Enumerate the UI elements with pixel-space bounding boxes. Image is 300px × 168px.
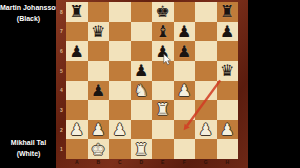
piece-white-pawn-g2: ♟ xyxy=(199,120,213,139)
square-d4[interactable]: ♞ xyxy=(131,81,153,101)
file-label-g: G xyxy=(195,158,217,166)
square-b7[interactable]: ♛ xyxy=(88,22,110,42)
square-a6[interactable]: ♟ xyxy=(66,41,88,61)
piece-black-pawn-b4: ♟ xyxy=(91,81,105,100)
square-g8[interactable] xyxy=(195,2,217,22)
file-label-f: F xyxy=(174,158,196,166)
square-b4[interactable]: ♟ xyxy=(88,81,110,101)
square-f2[interactable] xyxy=(174,120,196,140)
rank-label-1: 1 xyxy=(57,139,66,159)
piece-black-bishop-e7: ♝ xyxy=(156,22,170,41)
square-c4[interactable] xyxy=(109,81,131,101)
piece-black-pawn-e6: ♟ xyxy=(156,42,170,61)
square-h7[interactable]: ♟ xyxy=(217,22,239,42)
piece-white-pawn-a2: ♟ xyxy=(70,120,84,139)
chess-board: ♜♚♜♛♝♟♟♟♟♟♟♛♟♞♟♜♟♟♟♟♟♚♜ xyxy=(66,2,238,159)
square-a4[interactable] xyxy=(66,81,88,101)
square-h8[interactable]: ♜ xyxy=(217,2,239,22)
square-a7[interactable] xyxy=(66,22,88,42)
piece-black-queen-b7: ♛ xyxy=(91,22,105,41)
piece-black-pawn-h7: ♟ xyxy=(220,22,234,41)
white-player-label: Mikhail Tal (White) xyxy=(0,137,57,159)
square-f4[interactable]: ♟ xyxy=(174,81,196,101)
square-d6[interactable] xyxy=(131,41,153,61)
square-h4[interactable] xyxy=(217,81,239,101)
square-c5[interactable] xyxy=(109,61,131,81)
square-f8[interactable] xyxy=(174,2,196,22)
square-g3[interactable] xyxy=(195,100,217,120)
square-g5[interactable] xyxy=(195,61,217,81)
piece-black-pawn-d5: ♟ xyxy=(134,61,148,80)
file-label-e: E xyxy=(152,158,174,166)
piece-white-pawn-b2: ♟ xyxy=(91,120,105,139)
file-label-c: C xyxy=(109,158,131,166)
rank-label-6: 6 xyxy=(57,41,66,61)
square-g1[interactable] xyxy=(195,139,217,159)
square-e2[interactable] xyxy=(152,120,174,140)
board-frame: 87654321 ♜♚♜♛♝♟♟♟♟♟♟♛♟♞♟♜♟♟♟♟♟♚♜ ABCDEFG… xyxy=(56,0,248,168)
square-h5[interactable]: ♛ xyxy=(217,61,239,81)
piece-white-knight-d4: ♞ xyxy=(134,81,148,100)
square-h2[interactable]: ♟ xyxy=(217,120,239,140)
square-a2[interactable]: ♟ xyxy=(66,120,88,140)
square-f1[interactable] xyxy=(174,139,196,159)
square-b3[interactable] xyxy=(88,100,110,120)
piece-white-pawn-h2: ♟ xyxy=(220,120,234,139)
black-player-side: (Black) xyxy=(0,13,57,24)
rank-label-8: 8 xyxy=(57,2,66,22)
square-d3[interactable] xyxy=(131,100,153,120)
square-a3[interactable] xyxy=(66,100,88,120)
piece-black-pawn-f7: ♟ xyxy=(177,22,191,41)
rank-label-7: 7 xyxy=(57,22,66,42)
piece-black-pawn-f6: ♟ xyxy=(177,42,191,61)
piece-white-pawn-c2: ♟ xyxy=(113,120,127,139)
square-b5[interactable] xyxy=(88,61,110,81)
square-f5[interactable] xyxy=(174,61,196,81)
square-g4[interactable] xyxy=(195,81,217,101)
square-d5[interactable]: ♟ xyxy=(131,61,153,81)
square-e4[interactable] xyxy=(152,81,174,101)
square-c8[interactable] xyxy=(109,2,131,22)
video-frame: Martin Johansson (Black) Mikhail Tal (Wh… xyxy=(0,0,300,168)
rank-labels: 87654321 xyxy=(57,2,66,159)
square-g7[interactable] xyxy=(195,22,217,42)
piece-white-rook-d1: ♜ xyxy=(134,140,148,159)
black-player-name: Martin Johansson xyxy=(0,2,57,13)
square-a1[interactable] xyxy=(66,139,88,159)
square-c3[interactable] xyxy=(109,100,131,120)
rank-label-4: 4 xyxy=(57,81,66,101)
piece-black-rook-a8: ♜ xyxy=(70,2,84,21)
file-label-a: A xyxy=(66,158,88,166)
file-label-h: H xyxy=(217,158,239,166)
square-f6[interactable]: ♟ xyxy=(174,41,196,61)
square-d8[interactable] xyxy=(131,2,153,22)
square-g2[interactable]: ♟ xyxy=(195,120,217,140)
file-label-b: B xyxy=(88,158,110,166)
piece-black-pawn-a6: ♟ xyxy=(70,42,84,61)
white-player-side: (White) xyxy=(0,148,57,159)
piece-black-queen-h5: ♛ xyxy=(220,61,234,80)
square-h1[interactable] xyxy=(217,139,239,159)
square-c6[interactable] xyxy=(109,41,131,61)
rank-label-5: 5 xyxy=(57,61,66,81)
square-a8[interactable]: ♜ xyxy=(66,2,88,22)
square-d2[interactable] xyxy=(131,120,153,140)
square-f3[interactable] xyxy=(174,100,196,120)
square-e5[interactable] xyxy=(152,61,174,81)
square-c7[interactable] xyxy=(109,22,131,42)
square-b2[interactable]: ♟ xyxy=(88,120,110,140)
piece-black-king-e8: ♚ xyxy=(156,2,170,21)
piece-white-king-b1: ♚ xyxy=(91,140,105,159)
rank-label-2: 2 xyxy=(57,120,66,140)
square-e8[interactable]: ♚ xyxy=(152,2,174,22)
piece-white-pawn-f4: ♟ xyxy=(177,81,191,100)
black-player-label: Martin Johansson (Black) xyxy=(0,2,57,24)
square-h3[interactable] xyxy=(217,100,239,120)
square-h6[interactable] xyxy=(217,41,239,61)
square-e3[interactable]: ♜ xyxy=(152,100,174,120)
rank-label-3: 3 xyxy=(57,100,66,120)
square-g6[interactable] xyxy=(195,41,217,61)
piece-white-rook-e3: ♜ xyxy=(156,100,170,119)
square-a5[interactable] xyxy=(66,61,88,81)
square-e7[interactable]: ♝ xyxy=(152,22,174,42)
square-b8[interactable] xyxy=(88,2,110,22)
square-c1[interactable] xyxy=(109,139,131,159)
square-c2[interactable]: ♟ xyxy=(109,120,131,140)
white-player-name: Mikhail Tal xyxy=(0,137,57,148)
square-b6[interactable] xyxy=(88,41,110,61)
square-d7[interactable] xyxy=(131,22,153,42)
square-f7[interactable]: ♟ xyxy=(174,22,196,42)
piece-black-rook-h8: ♜ xyxy=(220,2,234,21)
square-d1[interactable]: ♜ xyxy=(131,139,153,159)
square-e6[interactable]: ♟ xyxy=(152,41,174,61)
square-b1[interactable]: ♚ xyxy=(88,139,110,159)
square-e1[interactable] xyxy=(152,139,174,159)
file-label-d: D xyxy=(131,158,153,166)
file-labels: ABCDEFGH xyxy=(66,158,238,166)
